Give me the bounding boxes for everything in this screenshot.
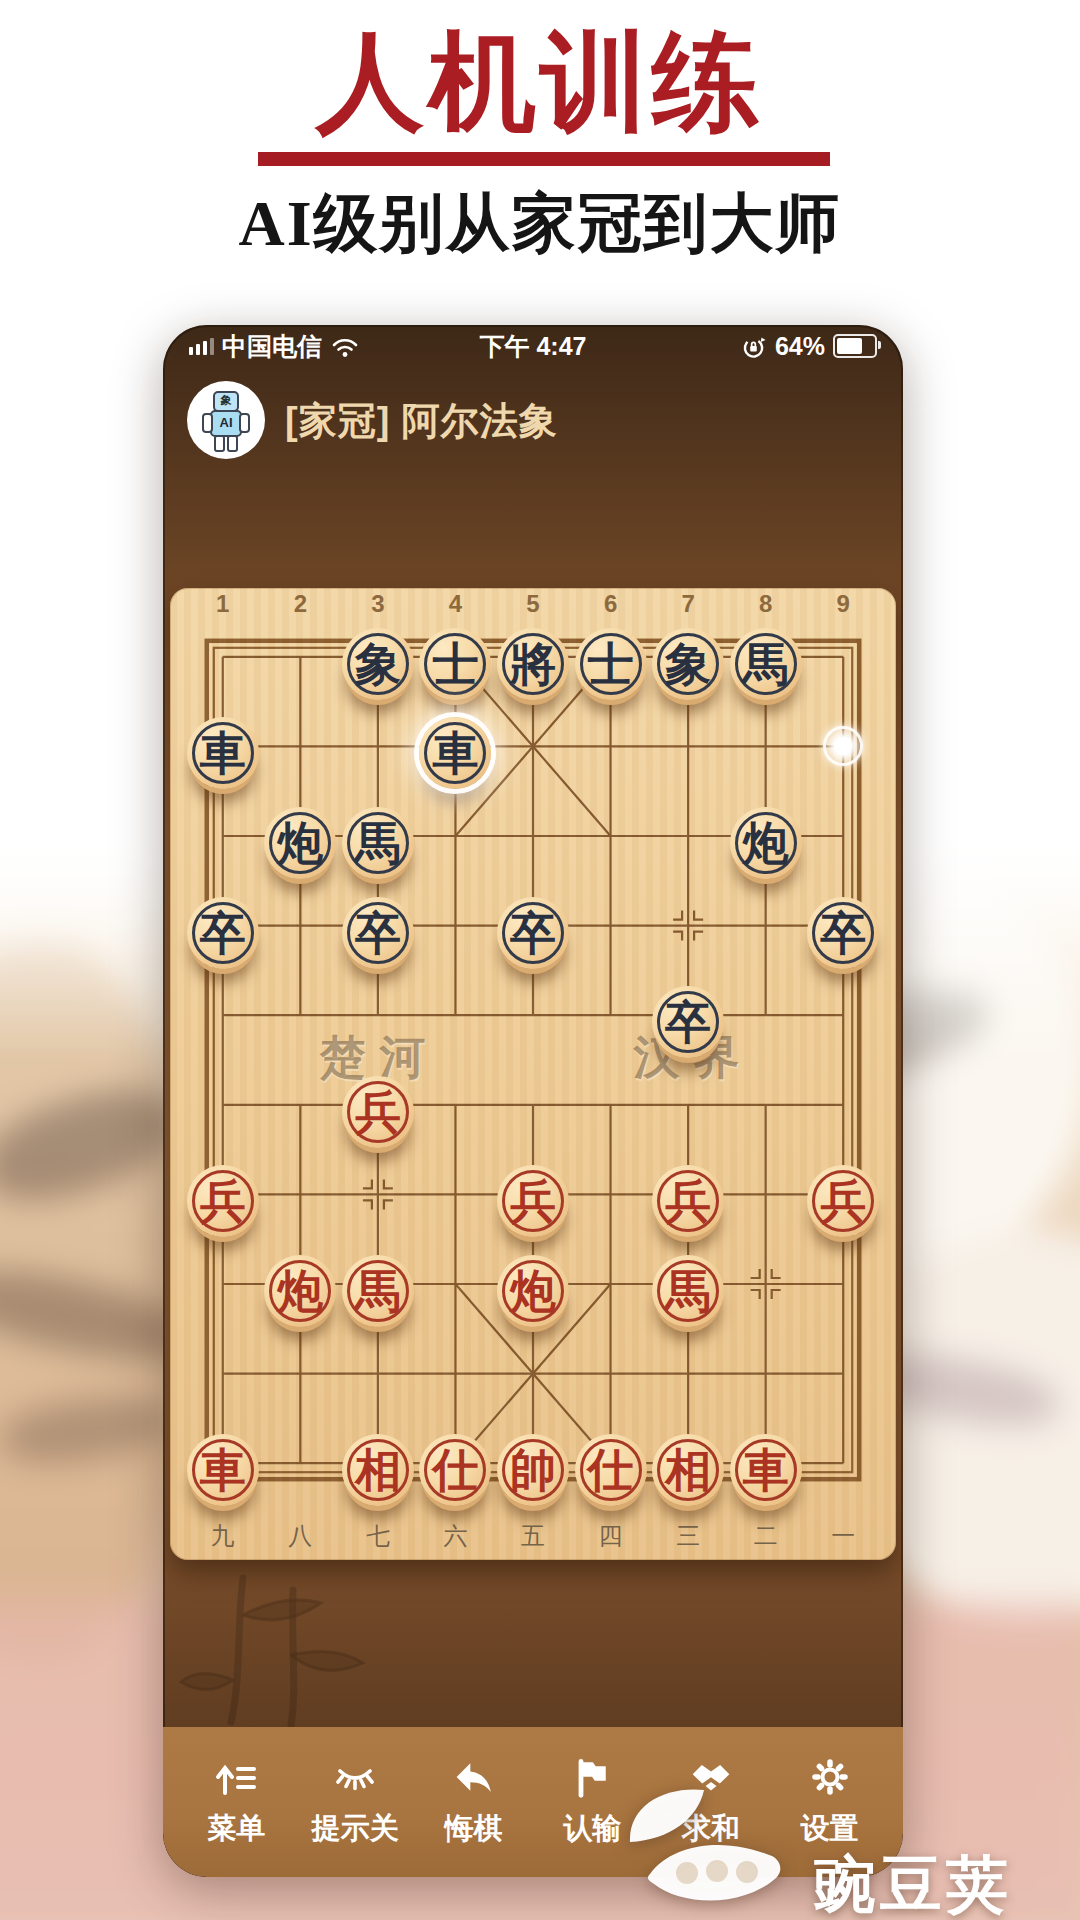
status-bar: 中国电信 下午 4:47 64% [163,329,903,363]
piece-glyph: 仕 [432,1447,478,1493]
board-grid[interactable]: 楚河 汉界 象士將士象馬車車炮馬炮卒卒卒卒卒兵兵兵兵兵炮馬炮馬車相仕帥仕相車 [184,612,882,1508]
piece-glyph: 仕 [588,1447,634,1493]
piece-glyph: 士 [588,641,634,687]
piece-glyph: 炮 [743,820,789,866]
toolbar-label: 悔棋 [445,1809,503,1849]
watermark-text: 豌豆荚 [814,1854,1012,1920]
wandoujia-logo-icon [612,1778,802,1920]
coord-label: 3 [339,590,417,612]
piece-black[interactable]: 車 [419,717,491,789]
carrier-label: 中国电信 [222,330,322,363]
menu-button[interactable]: 菜单 [181,1755,291,1849]
piece-red[interactable]: 兵 [342,1076,414,1148]
piece-glyph: 士 [432,641,478,687]
coord-label: 三 [649,1514,727,1554]
piece-glyph: 炮 [510,1268,556,1314]
time-label: 下午 4:47 [480,330,587,363]
robot-body: AI [210,410,242,437]
piece-black[interactable]: 卒 [497,897,569,969]
piece-glyph: 兵 [200,1178,246,1224]
piece-red[interactable]: 兵 [807,1165,879,1237]
piece-black[interactable]: 炮 [264,807,336,879]
coord-label: 八 [262,1514,340,1554]
piece-glyph: 車 [200,730,246,776]
watermark: 豌豆荚 [612,1778,1080,1920]
coord-label: 7 [649,590,727,612]
wifi-icon [330,334,360,358]
battery-icon [833,334,877,358]
piece-glyph: 卒 [355,910,401,956]
coord-label: 五 [494,1514,572,1554]
title-underline [258,152,830,166]
toolbar-label: 菜单 [207,1809,265,1849]
piece-glyph: 馬 [355,820,401,866]
piece-glyph: 將 [510,641,556,687]
piece-glyph: 相 [355,1447,401,1493]
piece-red[interactable]: 車 [187,1434,259,1506]
piece-glyph: 卒 [665,999,711,1045]
piece-glyph: 象 [355,641,401,687]
piece-black[interactable]: 士 [575,628,647,700]
piece-glyph: 卒 [820,910,866,956]
eye-closed-icon [332,1755,378,1799]
coord-label: 一 [805,1514,883,1554]
piece-glyph: 炮 [277,820,323,866]
piece-glyph: 馬 [743,641,789,687]
board-top-coords: 123456789 [184,590,882,612]
piece-glyph: 象 [665,641,711,687]
piece-red[interactable]: 馬 [652,1255,724,1327]
coord-label: 4 [417,590,495,612]
piece-red[interactable]: 仕 [419,1434,491,1506]
piece-black[interactable]: 將 [497,628,569,700]
xiangqi-board[interactable]: 123456789 楚河 汉界 象士將士象馬車車炮馬炮卒卒卒卒卒兵兵兵兵兵炮馬炮… [170,588,896,1560]
piece-glyph: 車 [200,1447,246,1493]
flag-icon [569,1755,615,1799]
coord-label: 六 [417,1514,495,1554]
coord-label: 七 [339,1514,417,1554]
piece-black[interactable]: 馬 [730,628,802,700]
piece-black[interactable]: 馬 [342,807,414,879]
page-subtitle: AI级别从家冠到大师 [0,180,1080,267]
bamboo-decoration [173,1570,503,1730]
battery-percent: 64% [775,332,825,361]
piece-black[interactable]: 炮 [730,807,802,879]
piece-black[interactable]: 卒 [187,897,259,969]
piece-red[interactable]: 仕 [575,1434,647,1506]
piece-glyph: 兵 [510,1178,556,1224]
piece-black[interactable]: 象 [342,628,414,700]
piece-red[interactable]: 炮 [497,1255,569,1327]
piece-red[interactable]: 炮 [264,1255,336,1327]
page-title: 人机训练 [0,10,1080,156]
menu-icon [213,1755,259,1799]
screen: 人机训练 AI级别从家冠到大师 中国电信 下午 4:47 [0,0,1080,1920]
piece-red[interactable]: 馬 [342,1255,414,1327]
piece-glyph: 車 [432,730,478,776]
piece-red[interactable]: 兵 [187,1165,259,1237]
piece-black[interactable]: 象 [652,628,724,700]
robot-head: 象 [213,391,239,412]
rotation-lock-icon [740,333,767,360]
toolbar-label: 提示关 [311,1809,398,1849]
hint-toggle-button[interactable]: 提示关 [300,1755,410,1849]
piece-glyph: 帥 [510,1447,556,1493]
status-right: 64% [740,332,877,361]
piece-black[interactable]: 卒 [342,897,414,969]
avatar[interactable]: 象 AI [187,381,265,459]
player-name: [家冠] 阿尔法象 [285,396,558,447]
piece-glyph: 炮 [277,1268,323,1314]
piece-red[interactable]: 車 [730,1434,802,1506]
piece-red[interactable]: 帥 [497,1434,569,1506]
piece-black[interactable]: 士 [419,628,491,700]
coord-label: 6 [572,590,650,612]
coord-label: 5 [494,590,572,612]
piece-glyph: 卒 [200,910,246,956]
signal-strength-icon [189,337,214,355]
board-bottom-coords: 九八七六五四三二一 [184,1514,882,1554]
coord-label: 1 [184,590,262,612]
piece-glyph: 馬 [355,1268,401,1314]
player-row: 象 AI [家冠] 阿尔法象 [187,381,903,461]
piece-glyph: 兵 [665,1178,711,1224]
pieces-layer: 象士將士象馬車車炮馬炮卒卒卒卒卒兵兵兵兵兵炮馬炮馬車相仕帥仕相車 [184,612,882,1508]
robot-arm [202,413,213,433]
status-left: 中国电信 [189,330,360,363]
piece-glyph: 相 [665,1447,711,1493]
piece-black[interactable]: 卒 [652,986,724,1058]
piece-red[interactable]: 兵 [497,1165,569,1237]
piece-glyph: 馬 [665,1268,711,1314]
coord-label: 四 [572,1514,650,1554]
piece-red[interactable]: 相 [342,1434,414,1506]
piece-red[interactable]: 兵 [652,1165,724,1237]
piece-glyph: 卒 [510,910,556,956]
piece-glyph: 兵 [355,1089,401,1135]
robot-leg [214,435,225,452]
coord-label: 9 [805,590,883,612]
robot-arm [239,413,250,433]
coord-label: 2 [262,590,340,612]
coord-label: 九 [184,1514,262,1554]
piece-black[interactable]: 卒 [807,897,879,969]
piece-red[interactable]: 相 [652,1434,724,1506]
undo-button[interactable]: 悔棋 [419,1755,529,1849]
piece-glyph: 車 [743,1447,789,1493]
phone-screenshot: 中国电信 下午 4:47 64% [163,325,903,1877]
undo-icon [451,1755,497,1799]
robot-icon: 象 AI [203,391,249,449]
piece-black[interactable]: 車 [187,717,259,789]
robot-leg [227,435,238,452]
coord-label: 二 [727,1514,805,1554]
coord-label: 8 [727,590,805,612]
piece-glyph: 兵 [820,1178,866,1224]
